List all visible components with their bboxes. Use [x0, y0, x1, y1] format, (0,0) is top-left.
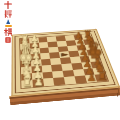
box-front-molding	[9, 86, 120, 105]
chess-board-box: ♜♟♟♜♞♟♟♞♝♟♟♝♛♟♟♟♛♚♟♟♚♝♟♟♝♞♟♟♞♜♟♟♜	[11, 29, 120, 96]
square: ♟	[32, 79, 43, 87]
brand-chess-piece-icon: ♟	[5, 19, 12, 27]
square	[61, 63, 72, 70]
square: ♟	[59, 51, 70, 58]
square	[60, 57, 71, 64]
brand-character-qi	[4, 28, 12, 36]
scene: ♜♟♟♜♞♟♟♞♝♟♟♝♛♟♟♟♛♚♟♟♚♝♟♟♝♞♟♟♞♜♟♟♜	[8, 6, 112, 110]
square: ♟	[85, 75, 98, 83]
chess-board: ♜♟♟♜♞♟♟♞♝♟♟♝♛♟♟♟♛♚♟♟♚♝♟♟♝♞♟♟♞♜♟♟♜	[20, 34, 108, 88]
loose-lying-pawn: ♟	[60, 52, 69, 57]
square: ♜	[21, 80, 32, 88]
square	[43, 78, 55, 86]
square	[74, 76, 86, 84]
brand-character-duan	[4, 10, 12, 18]
product-photo[interactable]: ♜♟♟♜♞♟♟♞♝♟♟♝♛♟♟♟♛♚♟♟♚♝♟♟♝♞♟♟♞♜♟♟♜ ♟	[0, 0, 120, 120]
white-pawn: ♟	[33, 76, 43, 87]
brand-character-shi	[4, 1, 12, 9]
brand-watermark: ♟	[3, 1, 13, 43]
brand-icon-base	[5, 25, 12, 27]
black-rook: ♜	[97, 70, 107, 82]
white-rook: ♜	[22, 76, 33, 88]
black-pawn: ♟	[87, 72, 96, 82]
brand-seal	[5, 37, 11, 43]
